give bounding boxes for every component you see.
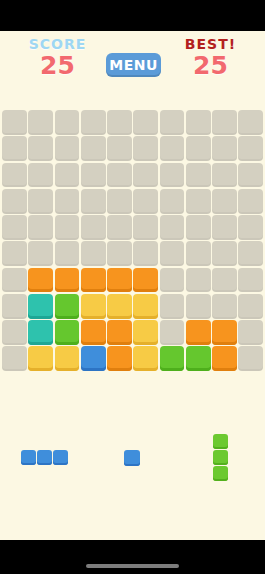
board-cell: [2, 268, 27, 293]
board-cell: [186, 294, 211, 319]
board-cell: [55, 136, 80, 161]
tray-piece-horizontal-3-blue[interactable]: [21, 450, 68, 465]
board-cell: [2, 215, 27, 240]
board-cell: [81, 241, 106, 266]
board-cell: [133, 110, 158, 135]
board-cell: [160, 294, 185, 319]
board-cell: [28, 346, 53, 371]
board-cell: [2, 241, 27, 266]
board-cell: [160, 241, 185, 266]
board-cell: [186, 268, 211, 293]
board-cell: [238, 294, 263, 319]
board-cell: [28, 189, 53, 214]
board-cell: [2, 294, 27, 319]
tray-piece-single-blue[interactable]: [124, 450, 140, 466]
board-cell: [212, 189, 237, 214]
board-cell: [107, 268, 132, 293]
tray-block: [213, 434, 228, 449]
board-cell: [160, 215, 185, 240]
board-cell: [55, 241, 80, 266]
board-cell: [160, 136, 185, 161]
board-cell: [107, 346, 132, 371]
board-cell: [55, 215, 80, 240]
board-cell: [238, 110, 263, 135]
board-cell: [55, 189, 80, 214]
board-cell: [238, 346, 263, 371]
board-cell: [133, 136, 158, 161]
board-cell: [186, 346, 211, 371]
board-cell: [212, 110, 237, 135]
score-value: 25: [10, 51, 105, 80]
board-cell: [212, 215, 237, 240]
board-cell: [186, 110, 211, 135]
board-cell: [107, 241, 132, 266]
board-cell: [238, 163, 263, 188]
board-cell: [55, 346, 80, 371]
board-cell: [107, 189, 132, 214]
game-screen: SCORE 25 MENU BEST! 25: [0, 0, 265, 574]
board-cell: [81, 189, 106, 214]
board-cell: [238, 189, 263, 214]
board-cell: [238, 136, 263, 161]
board-cell: [55, 320, 80, 345]
board-cell: [81, 294, 106, 319]
board-cell: [81, 346, 106, 371]
board-cell: [160, 110, 185, 135]
tray-block: [213, 466, 228, 481]
board-cell: [212, 294, 237, 319]
board-cell: [133, 294, 158, 319]
board-cell: [133, 241, 158, 266]
board-cell: [160, 189, 185, 214]
board-cell: [107, 215, 132, 240]
board-cell: [2, 163, 27, 188]
board-cell: [2, 189, 27, 214]
status-bar: [0, 0, 265, 31]
board-cell: [133, 163, 158, 188]
board-cell: [133, 215, 158, 240]
board-cell: [186, 215, 211, 240]
board-cell: [28, 215, 53, 240]
board-cell: [107, 110, 132, 135]
board-cell: [238, 268, 263, 293]
puzzle-board-grid[interactable]: [2, 110, 263, 371]
best-value: 25: [163, 51, 258, 80]
board-cell: [186, 189, 211, 214]
board-cell: [212, 268, 237, 293]
board-cell: [212, 320, 237, 345]
board-cell: [212, 136, 237, 161]
score-label: SCORE: [10, 36, 105, 52]
board-cell: [212, 241, 237, 266]
board-cell: [55, 294, 80, 319]
board-cell: [55, 110, 80, 135]
board-cell: [2, 320, 27, 345]
board-cell: [186, 241, 211, 266]
board-cell: [81, 163, 106, 188]
board-cell: [133, 346, 158, 371]
board-cell: [81, 215, 106, 240]
tray-block: [21, 450, 36, 465]
board-cell: [28, 241, 53, 266]
board-cell: [212, 346, 237, 371]
board-cell: [28, 268, 53, 293]
board-cell: [55, 163, 80, 188]
board-cell: [212, 163, 237, 188]
board-cell: [28, 110, 53, 135]
board-cell: [133, 189, 158, 214]
board-cell: [160, 163, 185, 188]
bottom-system-bar: [0, 540, 265, 574]
board-cell: [2, 346, 27, 371]
board-cell: [186, 163, 211, 188]
board-cell: [238, 215, 263, 240]
board-cell: [133, 268, 158, 293]
board-cell: [28, 136, 53, 161]
tray-block: [37, 450, 52, 465]
board-cell: [107, 294, 132, 319]
board-cell: [28, 320, 53, 345]
tray-block: [53, 450, 68, 465]
home-indicator[interactable]: [86, 564, 179, 568]
best-label: BEST!: [163, 36, 258, 52]
board-cell: [133, 320, 158, 345]
board-cell: [2, 110, 27, 135]
board-cell: [81, 136, 106, 161]
board-cell: [160, 268, 185, 293]
board-cell: [107, 320, 132, 345]
board-cell: [81, 268, 106, 293]
tray-piece-vertical-3-green[interactable]: [213, 434, 228, 481]
board-cell: [238, 241, 263, 266]
tray-block: [124, 450, 140, 466]
board-cell: [186, 136, 211, 161]
board-cell: [28, 294, 53, 319]
board-cell: [107, 163, 132, 188]
board-cell: [81, 320, 106, 345]
board-cell: [81, 110, 106, 135]
tray-block: [213, 450, 228, 465]
board-cell: [186, 320, 211, 345]
board-cell: [238, 320, 263, 345]
menu-button[interactable]: MENU: [106, 53, 161, 77]
board-cell: [160, 346, 185, 371]
board-cell: [28, 163, 53, 188]
board-cell: [2, 136, 27, 161]
board-cell: [107, 136, 132, 161]
board-cell: [55, 268, 80, 293]
board-cell: [160, 320, 185, 345]
